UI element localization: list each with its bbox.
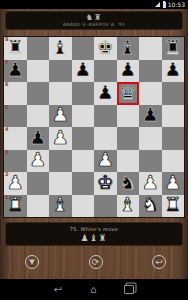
black-rook[interactable]: ♜ [7, 38, 24, 57]
square-a1[interactable]: 1♜ [4, 195, 27, 218]
game-caption: ANAND V.-KARPOV A. '91 [63, 22, 126, 28]
square-b7[interactable] [27, 60, 50, 83]
square-c6[interactable] [49, 82, 72, 105]
square-g6[interactable] [139, 82, 162, 105]
square-c7[interactable] [49, 60, 72, 83]
square-g2[interactable]: ♟ [139, 172, 162, 195]
square-b8[interactable] [27, 37, 50, 60]
white-king[interactable]: ♚ [97, 173, 114, 192]
captured-pieces-icons: ♟♝♜ [6, 233, 182, 243]
restart-button[interactable]: ⟳ [89, 255, 103, 269]
black-pawn[interactable]: ♟ [74, 60, 91, 79]
back-button[interactable]: ↩ [54, 285, 62, 295]
white-rook[interactable]: ♜ [7, 195, 24, 214]
square-d3[interactable] [72, 150, 95, 173]
square-b6[interactable] [27, 82, 50, 105]
square-e1[interactable] [94, 195, 117, 218]
status-bar: 10:53 [0, 0, 188, 9]
square-e3[interactable]: ♟ [94, 150, 117, 173]
square-g7[interactable] [139, 60, 162, 83]
rank-label-4: 4 [5, 127, 8, 132]
square-a4[interactable]: 4 [4, 127, 27, 150]
black-king[interactable]: ♚ [97, 38, 114, 57]
black-bishop[interactable]: ♝ [119, 38, 136, 57]
square-d8[interactable] [72, 37, 95, 60]
square-h5[interactable] [162, 105, 185, 128]
square-h8[interactable]: ♜ [162, 37, 185, 60]
square-c1[interactable]: ♝ [49, 195, 72, 218]
expand-button[interactable]: ▼ [25, 255, 39, 269]
white-bishop[interactable]: ♝ [52, 195, 69, 214]
black-pawn[interactable]: ♟ [164, 60, 181, 79]
white-pawn[interactable]: ♟ [97, 150, 114, 169]
square-e8[interactable]: ♚ [94, 37, 117, 60]
square-g1[interactable]: ♞ [139, 195, 162, 218]
square-h7[interactable]: ♟ [162, 60, 185, 83]
square-h4[interactable] [162, 127, 185, 150]
clock-text: 10:53 [168, 0, 185, 9]
square-a8[interactable]: 8♜ [4, 37, 27, 60]
square-c3[interactable] [49, 150, 72, 173]
square-g4[interactable] [139, 127, 162, 150]
square-a3[interactable]: 3 [4, 150, 27, 173]
puzzle-toolbar: ▼ ⟳ ↩ [25, 253, 166, 271]
black-knight[interactable]: ♞ [119, 173, 136, 192]
down-triangle-icon: ▼ [29, 259, 34, 266]
square-e6[interactable]: ♟ [94, 82, 117, 105]
square-f7[interactable]: ♟ [117, 60, 140, 83]
signal-icon [155, 2, 160, 7]
square-c8[interactable]: ♝ [49, 37, 72, 60]
square-b3[interactable]: ♟ [27, 150, 50, 173]
square-f8[interactable]: ♝ [117, 37, 140, 60]
square-f4[interactable] [117, 127, 140, 150]
undo-button[interactable]: ↩ [152, 255, 166, 269]
refresh-icon: ⟳ [92, 258, 100, 267]
square-c2[interactable] [49, 172, 72, 195]
undo-arrow-icon: ↩ [155, 258, 163, 267]
square-e5[interactable] [94, 105, 117, 128]
square-h3[interactable] [162, 150, 185, 173]
white-knight[interactable]: ♞ [142, 195, 159, 214]
square-g5[interactable]: ♟ [139, 105, 162, 128]
square-h6[interactable] [162, 82, 185, 105]
white-pawn[interactable]: ♟ [164, 173, 181, 192]
rank-label-6: 6 [5, 82, 8, 87]
square-h2[interactable]: ♟ [162, 172, 185, 195]
square-a2[interactable]: 2♟ [4, 172, 27, 195]
square-d4[interactable] [72, 127, 95, 150]
square-a6[interactable]: 6 [4, 82, 27, 105]
app-logo-pieces-icon: ♞♜ [86, 14, 102, 22]
square-d7[interactable]: ♟ [72, 60, 95, 83]
rank-label-3: 3 [5, 150, 8, 155]
square-b1[interactable] [27, 195, 50, 218]
square-f5[interactable] [117, 105, 140, 128]
black-pawn[interactable]: ♟ [97, 83, 114, 102]
black-pawn[interactable]: ♟ [119, 60, 136, 79]
square-e7[interactable] [94, 60, 117, 83]
square-f2[interactable]: ♞ [117, 172, 140, 195]
square-b2[interactable] [27, 172, 50, 195]
puzzle-header-panel: ♞♜ ANAND V.-KARPOV A. '91 [5, 11, 183, 30]
home-button[interactable]: ⌂ [90, 285, 96, 295]
white-pawn[interactable]: ♟ [29, 150, 46, 169]
black-queen[interactable]: ♛ [119, 83, 136, 102]
black-pawn[interactable]: ♟ [29, 128, 46, 147]
app-screen: 10:53 ♞♜ ANAND V.-KARPOV A. '91 8♜♝♚♝♜7♟… [0, 0, 188, 300]
white-bishop[interactable]: ♝ [119, 195, 136, 214]
recents-button[interactable] [124, 285, 134, 294]
square-g8[interactable] [139, 37, 162, 60]
square-a5[interactable]: 5 [4, 105, 27, 128]
move-info-panel: 75. White's move ♟♝♜ [5, 222, 183, 246]
square-g3[interactable] [139, 150, 162, 173]
square-d6[interactable] [72, 82, 95, 105]
square-b4[interactable]: ♟ [27, 127, 50, 150]
black-pawn[interactable]: ♟ [142, 105, 159, 124]
white-pawn[interactable]: ♟ [142, 173, 159, 192]
black-bishop[interactable]: ♝ [52, 38, 69, 57]
square-a7[interactable]: 7♟ [4, 60, 27, 83]
move-indicator-text: 75. White's move [6, 226, 182, 233]
battery-icon [163, 2, 166, 8]
square-f3[interactable] [117, 150, 140, 173]
square-c5[interactable]: ♟ [49, 105, 72, 128]
white-pawn[interactable]: ♟ [7, 173, 24, 192]
square-e4[interactable] [94, 127, 117, 150]
chess-board[interactable]: 8♜♝♚♝♜7♟♟♟♟6♟♛5♟♟4♟♟3♟♟2♟♚♞♟♟1♜♝♝♞♜ [4, 37, 184, 217]
black-pawn[interactable]: ♟ [7, 60, 24, 79]
rank-label-5: 5 [5, 105, 8, 110]
square-d2[interactable] [72, 172, 95, 195]
square-f6[interactable]: ♛ [117, 82, 140, 105]
white-pawn[interactable]: ♟ [52, 105, 69, 124]
square-b5[interactable] [27, 105, 50, 128]
square-d1[interactable] [72, 195, 95, 218]
square-d5[interactable] [72, 105, 95, 128]
square-f1[interactable]: ♝ [117, 195, 140, 218]
square-h1[interactable]: ♜ [162, 195, 185, 218]
white-rook[interactable]: ♜ [164, 195, 181, 214]
square-e2[interactable]: ♚ [94, 172, 117, 195]
black-rook[interactable]: ♜ [164, 38, 181, 57]
white-pawn[interactable]: ♟ [52, 128, 69, 147]
android-nav-bar: ↩ ⌂ [0, 279, 188, 300]
square-c4[interactable]: ♟ [49, 127, 72, 150]
